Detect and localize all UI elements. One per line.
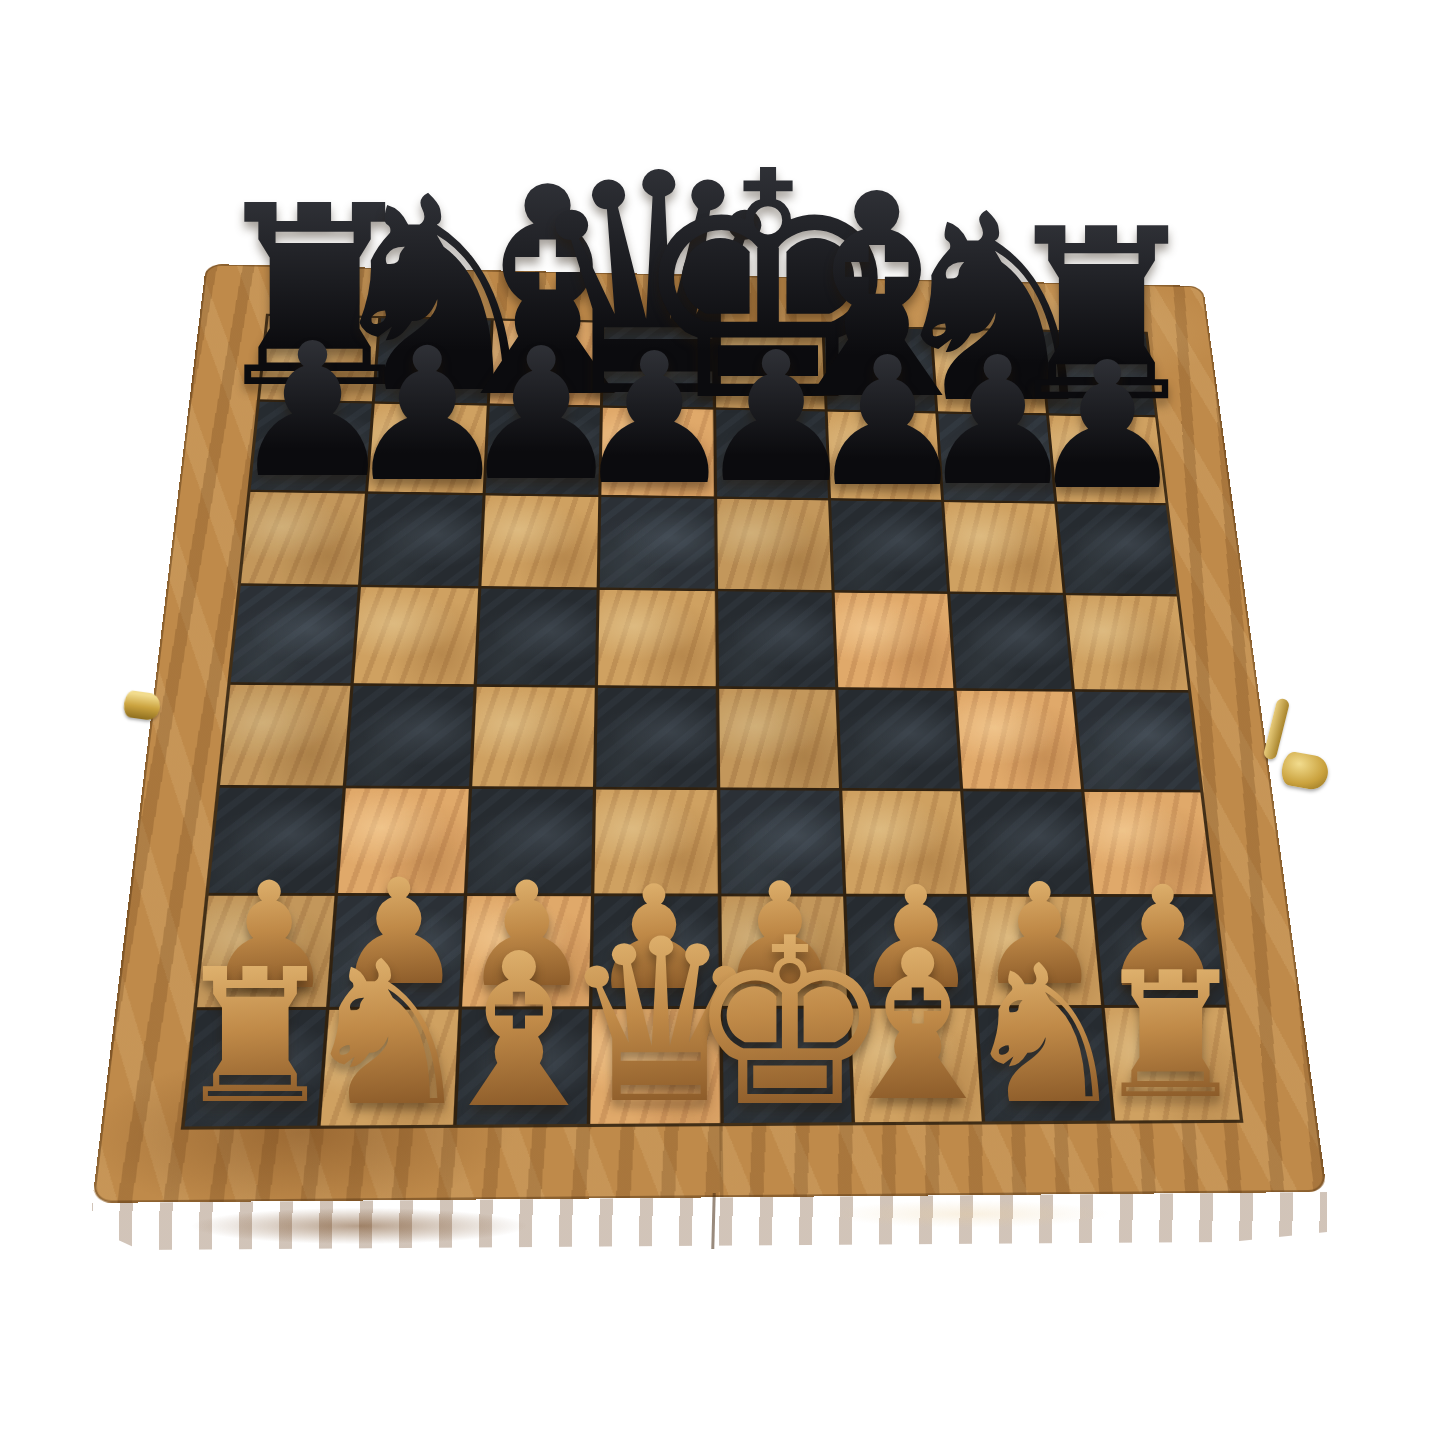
square-e2[interactable] [721, 897, 847, 1006]
square-g7[interactable] [939, 414, 1054, 501]
square-h1[interactable] [1104, 1007, 1240, 1120]
square-a5[interactable] [231, 586, 358, 683]
square-b8[interactable] [375, 318, 490, 403]
square-b5[interactable] [354, 587, 478, 684]
square-a2[interactable] [197, 896, 335, 1007]
square-e6[interactable] [717, 499, 832, 591]
square-h8[interactable] [1041, 332, 1155, 416]
square-d3[interactable] [594, 789, 717, 893]
square-b1[interactable] [321, 1009, 458, 1125]
square-g5[interactable] [950, 594, 1071, 689]
square-e8[interactable] [715, 325, 825, 410]
square-h5[interactable] [1066, 595, 1188, 689]
square-b4[interactable] [347, 685, 474, 786]
square-b2[interactable] [330, 896, 464, 1006]
brass-latch-knob[interactable] [1279, 750, 1330, 791]
square-c8[interactable] [490, 320, 602, 405]
square-f8[interactable] [824, 327, 935, 411]
square-d8[interactable] [603, 323, 713, 408]
chess-set-photo: ♜♞♝♛♚♝♞♜♟♟♟♟♟♟♟♟♟♟♟♟♟♟♟♟♜♞♝♛♚♝♞♜ [0, 0, 1445, 1445]
square-c5[interactable] [477, 589, 597, 685]
square-d1[interactable] [590, 1009, 719, 1124]
square-b3[interactable] [338, 788, 468, 893]
square-h7[interactable] [1049, 416, 1166, 503]
square-g2[interactable] [971, 897, 1101, 1005]
square-a3[interactable] [209, 788, 343, 894]
square-c2[interactable] [462, 896, 591, 1006]
square-c7[interactable] [485, 406, 600, 495]
square-b6[interactable] [362, 494, 483, 587]
square-h6[interactable] [1057, 504, 1177, 595]
square-c4[interactable] [472, 686, 595, 786]
square-a6[interactable] [241, 492, 365, 585]
square-g3[interactable] [964, 791, 1091, 894]
square-f3[interactable] [842, 791, 967, 894]
square-h3[interactable] [1084, 792, 1213, 895]
square-e3[interactable] [720, 790, 843, 894]
square-h4[interactable] [1075, 691, 1200, 789]
square-g8[interactable] [933, 329, 1046, 413]
square-f1[interactable] [851, 1008, 983, 1122]
square-a1[interactable] [185, 1010, 327, 1127]
square-f4[interactable] [838, 689, 960, 788]
square-c3[interactable] [467, 789, 593, 894]
square-g6[interactable] [944, 502, 1062, 593]
square-a8[interactable] [260, 316, 379, 402]
square-d5[interactable] [598, 590, 715, 686]
square-f5[interactable] [835, 593, 954, 688]
square-a7[interactable] [251, 402, 372, 491]
square-d6[interactable] [600, 497, 715, 589]
square-e1[interactable] [722, 1008, 851, 1123]
square-e4[interactable] [719, 688, 839, 788]
square-d4[interactable] [596, 687, 716, 787]
brass-latch-arm[interactable] [1263, 697, 1291, 760]
square-f6[interactable] [831, 500, 947, 591]
square-g1[interactable] [978, 1008, 1112, 1122]
square-e7[interactable] [716, 410, 828, 498]
chess-board [92, 264, 1327, 1203]
square-d7[interactable] [601, 408, 713, 496]
square-f2[interactable] [846, 897, 974, 1005]
square-h2[interactable] [1094, 897, 1226, 1005]
square-b7[interactable] [369, 404, 487, 493]
square-f7[interactable] [828, 412, 942, 500]
square-c6[interactable] [481, 495, 598, 587]
square-e5[interactable] [718, 591, 835, 686]
square-d2[interactable] [592, 896, 718, 1005]
square-c1[interactable] [456, 1009, 589, 1125]
square-a4[interactable] [220, 684, 351, 785]
square-g4[interactable] [957, 690, 1081, 789]
